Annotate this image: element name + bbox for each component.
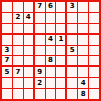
- cell-r6c7[interactable]: [67, 56, 77, 66]
- cell-r4c2[interactable]: [13, 35, 23, 45]
- cell-r2c3[interactable]: 4: [24, 13, 34, 23]
- cell-r2c9[interactable]: [89, 13, 99, 23]
- cell-r2c8[interactable]: [78, 13, 88, 23]
- cell-r2c5[interactable]: [46, 13, 56, 23]
- cell-r1c4[interactable]: 7: [35, 2, 45, 12]
- cell-r4c8[interactable]: [78, 35, 88, 45]
- cell-r7c5[interactable]: [46, 67, 56, 77]
- cell-r2c2[interactable]: 2: [13, 13, 23, 23]
- cell-r3c3[interactable]: [24, 24, 34, 34]
- cell-r9c2[interactable]: [13, 89, 23, 99]
- cell-r7c6[interactable]: [56, 67, 66, 77]
- cell-r8c3[interactable]: [24, 78, 34, 88]
- cell-r7c4[interactable]: 9: [35, 67, 45, 77]
- cell-r7c3[interactable]: [24, 67, 34, 77]
- cell-r7c9[interactable]: [89, 67, 99, 77]
- cell-r8c8[interactable]: 4: [78, 78, 88, 88]
- cell-r8c1[interactable]: [2, 78, 12, 88]
- cell-r6c6[interactable]: [56, 56, 66, 66]
- cell-r8c4[interactable]: 2: [35, 78, 45, 88]
- cell-r9c3[interactable]: [24, 89, 34, 99]
- cell-r4c1[interactable]: [2, 35, 12, 45]
- cell-r2c1[interactable]: [2, 13, 12, 23]
- cell-r5c3[interactable]: [24, 46, 34, 56]
- cell-r4c3[interactable]: [24, 35, 34, 45]
- cell-r8c7[interactable]: [67, 78, 77, 88]
- cell-r7c7[interactable]: [67, 67, 77, 77]
- cell-r1c8[interactable]: [78, 2, 88, 12]
- cell-r8c9[interactable]: [89, 78, 99, 88]
- cell-r9c1[interactable]: [2, 89, 12, 99]
- cell-r3c1[interactable]: [2, 24, 12, 34]
- cell-r1c9[interactable]: [89, 2, 99, 12]
- cell-r6c2[interactable]: [13, 56, 23, 66]
- cell-r3c4[interactable]: [35, 24, 45, 34]
- cell-r8c6[interactable]: [56, 78, 66, 88]
- cell-r2c6[interactable]: [56, 13, 66, 23]
- cell-r6c9[interactable]: [89, 56, 99, 66]
- cell-r9c7[interactable]: [67, 89, 77, 99]
- cell-r6c4[interactable]: [35, 56, 45, 66]
- cell-r5c2[interactable]: [13, 46, 23, 56]
- cell-r9c8[interactable]: 8: [78, 89, 88, 99]
- cell-r1c7[interactable]: 3: [67, 2, 77, 12]
- cell-r5c1[interactable]: 3: [2, 46, 12, 56]
- cell-r6c3[interactable]: [24, 56, 34, 66]
- cell-r4c7[interactable]: [67, 35, 77, 45]
- cell-r4c9[interactable]: [89, 35, 99, 45]
- cell-r3c5[interactable]: [46, 24, 56, 34]
- cell-r9c9[interactable]: [89, 89, 99, 99]
- cell-r3c8[interactable]: [78, 24, 88, 34]
- cell-r3c6[interactable]: [56, 24, 66, 34]
- cell-r6c1[interactable]: 7: [2, 56, 12, 66]
- sudoku-board: 76324413578579248: [0, 0, 101, 101]
- cell-r3c7[interactable]: [67, 24, 77, 34]
- cell-r7c8[interactable]: [78, 67, 88, 77]
- cell-r5c5[interactable]: [46, 46, 56, 56]
- cell-r1c5[interactable]: 6: [46, 2, 56, 12]
- cell-r1c3[interactable]: [24, 2, 34, 12]
- cell-r9c6[interactable]: [56, 89, 66, 99]
- cell-r8c5[interactable]: [46, 78, 56, 88]
- cell-r4c6[interactable]: 1: [56, 35, 66, 45]
- cell-r5c7[interactable]: 5: [67, 46, 77, 56]
- cell-r6c8[interactable]: [78, 56, 88, 66]
- cell-r3c9[interactable]: [89, 24, 99, 34]
- cell-r1c2[interactable]: [13, 2, 23, 12]
- cell-r9c5[interactable]: [46, 89, 56, 99]
- cell-r2c4[interactable]: [35, 13, 45, 23]
- cell-r3c2[interactable]: [13, 24, 23, 34]
- cell-r1c6[interactable]: [56, 2, 66, 12]
- cell-r4c4[interactable]: [35, 35, 45, 45]
- cell-r7c1[interactable]: 5: [2, 67, 12, 77]
- cell-r7c2[interactable]: 7: [13, 67, 23, 77]
- cell-r5c8[interactable]: [78, 46, 88, 56]
- cell-r6c5[interactable]: 8: [46, 56, 56, 66]
- cell-r9c4[interactable]: [35, 89, 45, 99]
- cell-r5c9[interactable]: [89, 46, 99, 56]
- cell-r5c6[interactable]: [56, 46, 66, 56]
- cell-r1c1[interactable]: [2, 2, 12, 12]
- cell-r5c4[interactable]: [35, 46, 45, 56]
- cell-r8c2[interactable]: [13, 78, 23, 88]
- cell-r2c7[interactable]: [67, 13, 77, 23]
- cell-r4c5[interactable]: 4: [46, 35, 56, 45]
